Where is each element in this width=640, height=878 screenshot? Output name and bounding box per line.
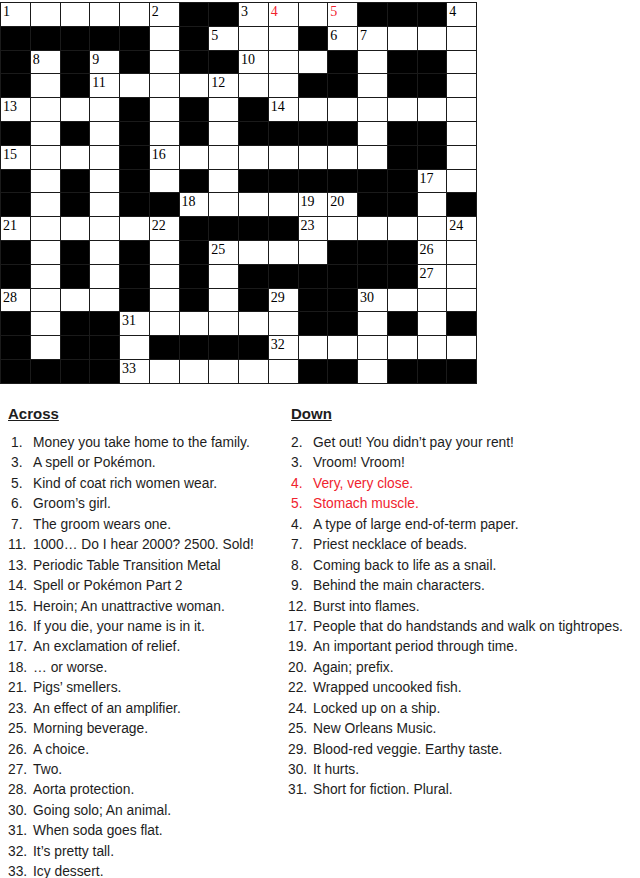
across-clue-number: 32.: [8, 842, 33, 862]
down-clue: 20.Again; prefix.: [288, 658, 638, 678]
across-clue-number: 30.: [8, 801, 33, 821]
grid-cell-black: [31, 27, 61, 51]
grid-cell-white[interactable]: 33: [120, 360, 150, 384]
grid-cell-white[interactable]: [418, 27, 448, 51]
grid-cell-white[interactable]: [209, 289, 239, 313]
across-clue: 33.Icy dessert.: [8, 862, 286, 878]
clue-number: 2: [152, 4, 159, 19]
across-clue-text: An exclamation of relief.: [33, 637, 180, 657]
grid-cell-white[interactable]: 23: [299, 217, 329, 241]
grid-cell-white[interactable]: [31, 336, 61, 360]
grid-cell-black: [90, 27, 120, 51]
across-clue: 6.Groom’s girl.: [8, 494, 286, 514]
grid-cell-black: [388, 3, 418, 27]
grid-cell-white[interactable]: 15: [1, 146, 31, 170]
grid-cell-white[interactable]: [358, 122, 388, 146]
grid-cell-white[interactable]: [209, 146, 239, 170]
grid-cell-white[interactable]: [90, 193, 120, 217]
grid-cell-white[interactable]: 19: [299, 193, 329, 217]
grid-cell-white[interactable]: [209, 312, 239, 336]
grid-cell-white[interactable]: [120, 3, 150, 27]
grid-cell-white[interactable]: 32: [269, 336, 299, 360]
grid-cell-white[interactable]: [269, 360, 299, 384]
grid-cell-white[interactable]: [299, 51, 329, 75]
grid-cell-black: [180, 170, 210, 194]
grid-cell-black: [209, 51, 239, 75]
grid-cell-white[interactable]: [90, 122, 120, 146]
grid-cell-black: [120, 170, 150, 194]
grid-cell-white[interactable]: [447, 122, 477, 146]
clue-number: 22: [152, 218, 166, 233]
clue-number: 18: [182, 194, 196, 209]
grid-cell-black: [239, 336, 269, 360]
grid-cell-white[interactable]: [328, 98, 358, 122]
grid-cell-black: [180, 289, 210, 313]
grid-cell-white[interactable]: [239, 74, 269, 98]
clue-number: 7: [360, 28, 367, 43]
across-clue-text: … or worse.: [33, 658, 107, 678]
grid-cell-white[interactable]: 4: [447, 3, 477, 27]
grid-cell-white[interactable]: 26: [418, 241, 448, 265]
grid-cell-white[interactable]: [61, 98, 91, 122]
grid-cell-white[interactable]: [209, 360, 239, 384]
down-clue-number: 31.: [288, 780, 313, 800]
down-clue-text: Get out! You didn’t pay your rent!: [313, 433, 514, 453]
clue-number: 28: [3, 290, 17, 305]
grid-cell-white[interactable]: [31, 265, 61, 289]
grid-cell-white[interactable]: [90, 241, 120, 265]
grid-cell-white[interactable]: 12: [209, 74, 239, 98]
grid-cell-black: [1, 170, 31, 194]
grid-cell-white[interactable]: [299, 241, 329, 265]
grid-cell-white[interactable]: [90, 3, 120, 27]
grid-cell-white[interactable]: [209, 265, 239, 289]
grid-cell-white[interactable]: [209, 122, 239, 146]
grid-cell-black: [120, 98, 150, 122]
grid-cell-white[interactable]: [358, 217, 388, 241]
across-clue: 21.Pigs’ smellers.: [8, 678, 286, 698]
grid-cell-white[interactable]: [447, 336, 477, 360]
down-clue-number: 4.: [288, 515, 313, 535]
grid-cell-black: [388, 146, 418, 170]
grid-cell-white[interactable]: 16: [150, 146, 180, 170]
down-clue-text: Vroom! Vroom!: [313, 453, 405, 473]
across-clue-number: 27.: [8, 760, 33, 780]
grid-cell-black: [328, 265, 358, 289]
across-clue-number: 1.: [8, 433, 33, 453]
grid-cell-white[interactable]: 29: [269, 289, 299, 313]
clue-number: 9: [92, 52, 99, 67]
grid-cell-white[interactable]: [120, 217, 150, 241]
grid-cell-black: [90, 336, 120, 360]
across-clue: 32.It’s pretty tall.: [8, 842, 286, 862]
grid-cell-black: [31, 360, 61, 384]
grid-cell-white[interactable]: 7: [358, 27, 388, 51]
grid-cell-black: [388, 51, 418, 75]
grid-cell-white[interactable]: [61, 217, 91, 241]
grid-cell-black: [418, 51, 448, 75]
grid-cell-white[interactable]: [61, 3, 91, 27]
clue-number: 4: [271, 4, 278, 19]
down-header: Down: [291, 405, 332, 422]
grid-cell-white[interactable]: 31: [120, 312, 150, 336]
grid-cell-black: [61, 122, 91, 146]
grid-cell-white[interactable]: [388, 217, 418, 241]
clue-number: 21: [3, 218, 17, 233]
grid-cell-white[interactable]: [150, 51, 180, 75]
grid-cell-white[interactable]: [328, 146, 358, 170]
grid-cell-white[interactable]: [269, 74, 299, 98]
grid-cell-black: [61, 51, 91, 75]
grid-cell-white[interactable]: [328, 217, 358, 241]
clue-number: 26: [420, 242, 434, 257]
clue-number: 20: [330, 194, 344, 209]
grid-cell-white[interactable]: [358, 312, 388, 336]
grid-cell-black: [358, 3, 388, 27]
grid-cell-white[interactable]: [358, 146, 388, 170]
across-clue-text: Morning beverage.: [33, 719, 148, 739]
grid-cell-black: [388, 265, 418, 289]
across-clue: 28.Aorta protection.: [8, 780, 286, 800]
grid-cell-white[interactable]: [31, 3, 61, 27]
grid-cell-white[interactable]: [150, 360, 180, 384]
grid-cell-white[interactable]: 25: [209, 241, 239, 265]
down-clue: 17.People that do handstands and walk on…: [288, 617, 638, 637]
grid-cell-white[interactable]: 5: [328, 3, 358, 27]
grid-cell-black: [180, 265, 210, 289]
clue-number: 16: [152, 147, 166, 162]
down-clue-text: Burst into flames.: [313, 597, 420, 617]
grid-cell-white[interactable]: [150, 98, 180, 122]
grid-cell-white[interactable]: [90, 265, 120, 289]
grid-cell-white[interactable]: [418, 193, 448, 217]
down-clue-text: A type of large end-of-term paper.: [313, 515, 519, 535]
down-clue: 3.Vroom! Vroom!: [288, 453, 638, 473]
grid-cell-black: [418, 360, 448, 384]
grid-cell-white[interactable]: [31, 217, 61, 241]
grid-cell-white[interactable]: [388, 289, 418, 313]
grid-cell-white[interactable]: 28: [1, 289, 31, 313]
clue-number: 15: [3, 147, 17, 162]
grid-cell-black: [61, 312, 91, 336]
grid-cell-white[interactable]: [150, 312, 180, 336]
across-clue: 17.An exclamation of relief.: [8, 637, 286, 657]
across-clue-list: 1.Money you take home to the family.3.A …: [8, 433, 286, 878]
across-clue-text: Icy dessert.: [33, 862, 104, 878]
across-clue-text: A spell or Pokémon.: [33, 453, 156, 473]
grid-cell-white[interactable]: [150, 74, 180, 98]
grid-cell-white[interactable]: [418, 336, 448, 360]
grid-cell-white[interactable]: [358, 51, 388, 75]
grid-cell-white[interactable]: 17: [418, 170, 448, 194]
grid-cell-white[interactable]: [239, 27, 269, 51]
grid-cell-black: [120, 146, 150, 170]
grid-cell-black: [328, 74, 358, 98]
grid-cell-white[interactable]: [358, 336, 388, 360]
grid-cell-black: [358, 241, 388, 265]
grid-cell-black: [328, 360, 358, 384]
grid-cell-white[interactable]: [31, 98, 61, 122]
grid-cell-white[interactable]: 18: [180, 193, 210, 217]
grid-cell-white[interactable]: [358, 98, 388, 122]
down-clue-number: 24.: [288, 699, 313, 719]
across-clue-text: An effect of an amplifier.: [33, 699, 181, 719]
grid-cell-white[interactable]: [90, 146, 120, 170]
grid-cell-white[interactable]: [180, 312, 210, 336]
grid-cell-black: [358, 170, 388, 194]
grid-cell-white[interactable]: 22: [150, 217, 180, 241]
down-clue: 9.Behind the main characters.: [288, 576, 638, 596]
clue-number: 31: [122, 313, 136, 328]
across-clue: 16.If you die, your name is in it.: [8, 617, 286, 637]
clue-number: 23: [301, 218, 315, 233]
across-clue-number: 3.: [8, 453, 33, 473]
across-clue-text: Money you take home to the family.: [33, 433, 250, 453]
grid-cell-white[interactable]: [358, 74, 388, 98]
grid-cell-black: [120, 241, 150, 265]
grid-cell-black: [1, 241, 31, 265]
clue-number: 24: [449, 218, 463, 233]
down-clue-text: Wrapped uncooked fish.: [313, 678, 462, 698]
grid-cell-white[interactable]: [269, 27, 299, 51]
across-clue: 26.A choice.: [8, 740, 286, 760]
down-clue-text: Priest necklace of beads.: [313, 535, 467, 555]
down-clue: 4.Very, very close.: [288, 474, 638, 494]
across-clue: 5.Kind of coat rich women wear.: [8, 474, 286, 494]
grid-cell-white[interactable]: [447, 241, 477, 265]
grid-cell-white[interactable]: [31, 289, 61, 313]
down-clue-text: It hurts.: [313, 760, 359, 780]
grid-cell-white[interactable]: 24: [447, 217, 477, 241]
clue-number: 4: [449, 4, 456, 19]
across-clue: 27.Two.: [8, 760, 286, 780]
down-clue-text: Stomach muscle.: [313, 494, 419, 514]
grid-cell-white[interactable]: [239, 241, 269, 265]
down-clue-number: 17.: [288, 617, 313, 637]
grid-cell-black: [180, 217, 210, 241]
clue-number: 30: [360, 290, 374, 305]
down-clue-number: 25.: [288, 719, 313, 739]
across-clue: 13.Periodic Table Transition Metal: [8, 556, 286, 576]
down-clue: 31.Short for fiction. Plural.: [288, 780, 638, 800]
across-clue: 15.Heroin; An unattractive woman.: [8, 597, 286, 617]
grid-cell-white[interactable]: 13: [1, 98, 31, 122]
grid-cell-black: [388, 193, 418, 217]
grid-cell-white[interactable]: [150, 27, 180, 51]
grid-cell-white[interactable]: [31, 146, 61, 170]
grid-cell-white[interactable]: 2: [150, 3, 180, 27]
down-clue-number: 7.: [288, 535, 313, 555]
grid-cell-white[interactable]: 20: [328, 193, 358, 217]
grid-cell-black: [120, 289, 150, 313]
down-clue-list: 2.Get out! You didn’t pay your rent!3.Vr…: [288, 433, 638, 801]
grid-cell-white[interactable]: [239, 146, 269, 170]
grid-cell-black: [418, 3, 448, 27]
grid-cell-white[interactable]: [31, 122, 61, 146]
down-clue: 30.It hurts.: [288, 760, 638, 780]
across-clue: 1.Money you take home to the family.: [8, 433, 286, 453]
grid-cell-white[interactable]: [299, 336, 329, 360]
grid-cell-white[interactable]: [31, 170, 61, 194]
grid-cell-white[interactable]: [447, 170, 477, 194]
across-clue: 3.A spell or Pokémon.: [8, 453, 286, 473]
grid-cell-white[interactable]: [61, 289, 91, 313]
across-clue-text: Going solo; An animal.: [33, 801, 171, 821]
grid-cell-white[interactable]: 5: [209, 27, 239, 51]
across-clue-text: Two.: [33, 760, 62, 780]
grid-cell-white[interactable]: 11: [90, 74, 120, 98]
grid-cell-white[interactable]: 10: [239, 51, 269, 75]
grid-cell-white[interactable]: [269, 193, 299, 217]
grid-cell-white[interactable]: 1: [1, 3, 31, 27]
grid-cell-white[interactable]: [90, 217, 120, 241]
across-clue-number: 26.: [8, 740, 33, 760]
across-clue-text: Pigs’ smellers.: [33, 678, 121, 698]
grid-cell-black: [1, 122, 31, 146]
grid-cell-white[interactable]: 6: [328, 27, 358, 51]
grid-cell-black: [388, 122, 418, 146]
grid-cell-black: [1, 27, 31, 51]
grid-cell-white[interactable]: 21: [1, 217, 31, 241]
down-clue-text: Behind the main characters.: [313, 576, 485, 596]
grid-cell-white[interactable]: [447, 289, 477, 313]
across-clue-text: Spell or Pokémon Part 2: [33, 576, 183, 596]
grid-cell-black: [358, 265, 388, 289]
grid-cell-white[interactable]: [239, 312, 269, 336]
grid-cell-black: [180, 3, 210, 27]
grid-cell-white[interactable]: [180, 360, 210, 384]
grid-cell-white[interactable]: [31, 74, 61, 98]
grid-cell-black: [61, 241, 91, 265]
down-clue-number: 3.: [288, 453, 313, 473]
across-clue-number: 17.: [8, 637, 33, 657]
grid-cell-white[interactable]: 9: [90, 51, 120, 75]
grid-cell-white[interactable]: [388, 336, 418, 360]
grid-cell-white[interactable]: [388, 98, 418, 122]
down-clue: 25.New Orleans Music.: [288, 719, 638, 739]
grid-cell-black: [328, 122, 358, 146]
grid-cell-white[interactable]: [269, 51, 299, 75]
grid-cell-black: [120, 193, 150, 217]
grid-cell-white[interactable]: [447, 98, 477, 122]
grid-cell-black: [90, 312, 120, 336]
crossword-page: { "game": "crossword", "colors": { "red"…: [0, 0, 640, 878]
clue-number: 8: [33, 52, 40, 67]
grid-cell-white[interactable]: [447, 27, 477, 51]
grid-cell-white[interactable]: [269, 241, 299, 265]
across-clue-text: Aorta protection.: [33, 780, 134, 800]
across-clue-number: 11.: [8, 535, 33, 555]
down-clue-number: 12.: [288, 597, 313, 617]
grid-cell-white[interactable]: [299, 146, 329, 170]
grid-cell-white[interactable]: [120, 336, 150, 360]
grid-cell-white[interactable]: [61, 146, 91, 170]
grid-cell-white[interactable]: [31, 193, 61, 217]
grid-cell-black: [180, 241, 210, 265]
grid-cell-white[interactable]: [418, 217, 448, 241]
grid-cell-white[interactable]: [447, 265, 477, 289]
grid-cell-white[interactable]: [418, 98, 448, 122]
grid-cell-white[interactable]: [150, 289, 180, 313]
grid-cell-white[interactable]: 27: [418, 265, 448, 289]
grid-cell-white[interactable]: [90, 289, 120, 313]
grid-cell-white[interactable]: [418, 289, 448, 313]
grid-cell-white[interactable]: [328, 336, 358, 360]
grid-cell-black: [299, 289, 329, 313]
across-clue-number: 13.: [8, 556, 33, 576]
grid-cell-white[interactable]: [150, 241, 180, 265]
grid-cell-white[interactable]: [209, 193, 239, 217]
grid-cell-white[interactable]: [209, 170, 239, 194]
grid-cell-white[interactable]: [239, 193, 269, 217]
down-clue-text: Again; prefix.: [313, 658, 394, 678]
grid-cell-white[interactable]: 3: [239, 3, 269, 27]
grid-cell-black: [239, 98, 269, 122]
grid-cell-black: [1, 74, 31, 98]
down-clue-text: People that do handstands and walk on ti…: [313, 617, 623, 637]
grid-cell-white[interactable]: [90, 98, 120, 122]
grid-cell-white[interactable]: [209, 98, 239, 122]
across-clue: 30.Going solo; An animal.: [8, 801, 286, 821]
grid-cell-white[interactable]: [31, 241, 61, 265]
grid-cell-white[interactable]: [418, 312, 448, 336]
grid-cell-white[interactable]: [447, 146, 477, 170]
grid-cell-black: [299, 122, 329, 146]
grid-cell-white[interactable]: [388, 27, 418, 51]
grid-cell-white[interactable]: [180, 74, 210, 98]
grid-cell-white[interactable]: [269, 312, 299, 336]
clue-number: 13: [3, 99, 17, 114]
grid-cell-black: [61, 74, 91, 98]
grid-cell-white[interactable]: [150, 122, 180, 146]
across-clue-text: 1000… Do I hear 2000? 2500. Sold!: [33, 535, 254, 555]
grid-cell-white[interactable]: [150, 265, 180, 289]
across-clue: 31.When soda goes flat.: [8, 821, 286, 841]
down-clue-text: New Orleans Music.: [313, 719, 436, 739]
grid-cell-black: [328, 51, 358, 75]
down-clue: 24.Locked up on a ship.: [288, 699, 638, 719]
grid-cell-white[interactable]: [447, 51, 477, 75]
grid-cell-white[interactable]: [299, 98, 329, 122]
grid-cell-white[interactable]: [299, 3, 329, 27]
down-clue: 4.A type of large end-of-term paper.: [288, 515, 638, 535]
grid-cell-black: [328, 170, 358, 194]
grid-cell-white[interactable]: 8: [31, 51, 61, 75]
grid-cell-white[interactable]: [447, 74, 477, 98]
grid-cell-black: [358, 193, 388, 217]
grid-cell-white[interactable]: [239, 360, 269, 384]
grid-cell-black: [447, 360, 477, 384]
grid-cell-white[interactable]: [180, 146, 210, 170]
grid-cell-black: [239, 265, 269, 289]
grid-cell-white[interactable]: [358, 360, 388, 384]
grid-cell-white[interactable]: [90, 170, 120, 194]
grid-cell-white[interactable]: [269, 146, 299, 170]
grid-cell-black: [299, 74, 329, 98]
grid-cell-white[interactable]: 30: [358, 289, 388, 313]
grid-cell-black: [328, 289, 358, 313]
grid-cell-white[interactable]: [31, 312, 61, 336]
grid-cell-white[interactable]: [120, 74, 150, 98]
grid-cell-white[interactable]: 14: [269, 98, 299, 122]
grid-cell-white[interactable]: [150, 170, 180, 194]
grid-cell-white[interactable]: 4: [269, 3, 299, 27]
clue-number: 32: [271, 337, 285, 352]
down-clue: 19.An important period through time.: [288, 637, 638, 657]
grid-cell-black: [61, 336, 91, 360]
down-clue-number: 4.: [288, 474, 313, 494]
across-clue-number: 25.: [8, 719, 33, 739]
